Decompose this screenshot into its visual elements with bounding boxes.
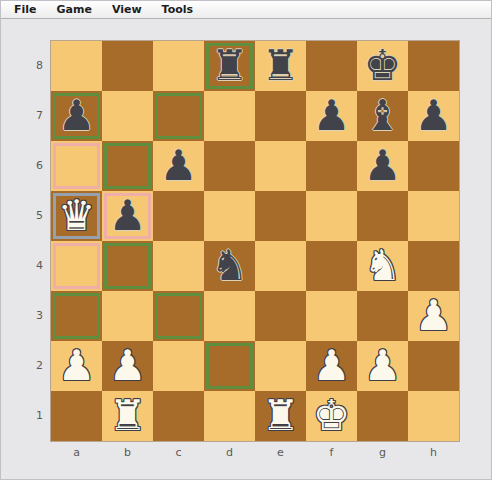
square-g1[interactable] [357,391,408,441]
square-f1[interactable]: ♚ [306,391,357,441]
square-a3[interactable] [51,291,102,341]
menu-item-game[interactable]: Game [48,2,101,17]
piece-white-knight[interactable]: ♞ [364,242,402,290]
square-f3[interactable] [306,291,357,341]
rank-label-2: 2 [15,341,43,391]
piece-white-pawn[interactable]: ♟ [58,342,96,390]
square-g6[interactable]: ♟ [357,141,408,191]
square-e8[interactable]: ♜ [255,41,306,91]
piece-white-rook[interactable]: ♜ [262,392,300,440]
square-b2[interactable]: ♟ [102,341,153,391]
square-b3[interactable] [102,291,153,341]
square-d3[interactable] [204,291,255,341]
rank-label-8: 8 [15,41,43,91]
square-a1[interactable] [51,391,102,441]
legal-move-highlight [53,143,100,189]
legal-move-highlight [104,243,151,289]
square-b4[interactable] [102,241,153,291]
square-c3[interactable] [153,291,204,341]
square-a6[interactable] [51,141,102,191]
file-label-c: c [153,446,204,459]
piece-black-pawn[interactable]: ♟ [58,92,96,140]
square-f6[interactable] [306,141,357,191]
rank-label-1: 1 [15,391,43,441]
square-b6[interactable] [102,141,153,191]
square-b8[interactable] [102,41,153,91]
square-d5[interactable] [204,191,255,241]
square-h2[interactable] [408,341,459,391]
piece-white-pawn[interactable]: ♟ [364,342,402,390]
square-e5[interactable] [255,191,306,241]
piece-white-rook[interactable]: ♜ [109,392,147,440]
square-g4[interactable]: ♞ [357,241,408,291]
square-b7[interactable] [102,91,153,141]
square-d2[interactable] [204,341,255,391]
file-label-d: d [204,446,255,459]
square-h6[interactable] [408,141,459,191]
square-a2[interactable]: ♟ [51,341,102,391]
piece-black-rook[interactable]: ♜ [211,42,249,90]
square-f8[interactable] [306,41,357,91]
square-e7[interactable] [255,91,306,141]
square-d7[interactable] [204,91,255,141]
square-c7[interactable] [153,91,204,141]
piece-black-bishop[interactable]: ♝ [364,92,402,140]
square-h4[interactable] [408,241,459,291]
piece-black-pawn[interactable]: ♟ [313,92,351,140]
file-label-a: a [51,446,102,459]
square-f5[interactable] [306,191,357,241]
piece-white-pawn[interactable]: ♟ [313,342,351,390]
piece-white-king[interactable]: ♚ [313,392,351,440]
square-h1[interactable] [408,391,459,441]
legal-move-highlight [155,293,202,339]
piece-black-knight[interactable]: ♞ [211,242,249,290]
piece-black-pawn[interactable]: ♟ [364,142,402,190]
piece-white-pawn[interactable]: ♟ [415,292,453,340]
file-label-b: b [102,446,153,459]
rank-label-3: 3 [15,291,43,341]
square-e6[interactable] [255,141,306,191]
square-h7[interactable]: ♟ [408,91,459,141]
square-a4[interactable] [51,241,102,291]
menu-item-view[interactable]: View [103,2,151,17]
legal-move-highlight [104,143,151,189]
menu-bar: FileGameViewTools [1,1,491,19]
square-c5[interactable] [153,191,204,241]
legal-move-highlight [206,343,253,389]
piece-black-pawn[interactable]: ♟ [415,92,453,140]
chess-board: ♜♜♚♟♟♝♟♟♟♛♟♞♞♟♟♟♟♟♜♜♚ [51,41,459,441]
square-c1[interactable] [153,391,204,441]
legal-move-highlight [53,293,100,339]
legal-move-highlight [53,243,100,289]
menu-item-tools[interactable]: Tools [153,2,202,17]
square-e4[interactable] [255,241,306,291]
square-f7[interactable]: ♟ [306,91,357,141]
menu-item-file[interactable]: File [5,2,46,17]
square-d1[interactable] [204,391,255,441]
file-label-f: f [306,446,357,459]
square-b1[interactable]: ♜ [102,391,153,441]
square-f4[interactable] [306,241,357,291]
square-h8[interactable] [408,41,459,91]
piece-black-pawn[interactable]: ♟ [160,142,198,190]
piece-white-pawn[interactable]: ♟ [109,342,147,390]
square-e1[interactable]: ♜ [255,391,306,441]
square-c8[interactable] [153,41,204,91]
square-g3[interactable] [357,291,408,341]
square-d8[interactable]: ♜ [204,41,255,91]
piece-black-king[interactable]: ♚ [364,42,402,90]
square-d4[interactable]: ♞ [204,241,255,291]
square-h3[interactable]: ♟ [408,291,459,341]
square-g7[interactable]: ♝ [357,91,408,141]
square-g2[interactable]: ♟ [357,341,408,391]
piece-black-rook[interactable]: ♜ [262,42,300,90]
square-c2[interactable] [153,341,204,391]
square-a5[interactable]: ♛ [51,191,102,241]
square-a7[interactable]: ♟ [51,91,102,141]
rank-label-5: 5 [15,191,43,241]
file-label-h: h [408,446,459,459]
square-c4[interactable] [153,241,204,291]
rank-label-4: 4 [15,241,43,291]
square-d6[interactable] [204,141,255,191]
legal-move-highlight [155,93,202,139]
piece-white-queen[interactable]: ♛ [58,192,96,240]
square-b5[interactable]: ♟ [102,191,153,241]
square-g5[interactable] [357,191,408,241]
rank-label-6: 6 [15,141,43,191]
file-label-g: g [357,446,408,459]
square-g8[interactable]: ♚ [357,41,408,91]
square-e2[interactable] [255,341,306,391]
square-e3[interactable] [255,291,306,341]
file-label-e: e [255,446,306,459]
square-f2[interactable]: ♟ [306,341,357,391]
square-h5[interactable] [408,191,459,241]
piece-black-pawn[interactable]: ♟ [109,192,147,240]
square-a8[interactable] [51,41,102,91]
square-c6[interactable]: ♟ [153,141,204,191]
rank-label-7: 7 [15,91,43,141]
